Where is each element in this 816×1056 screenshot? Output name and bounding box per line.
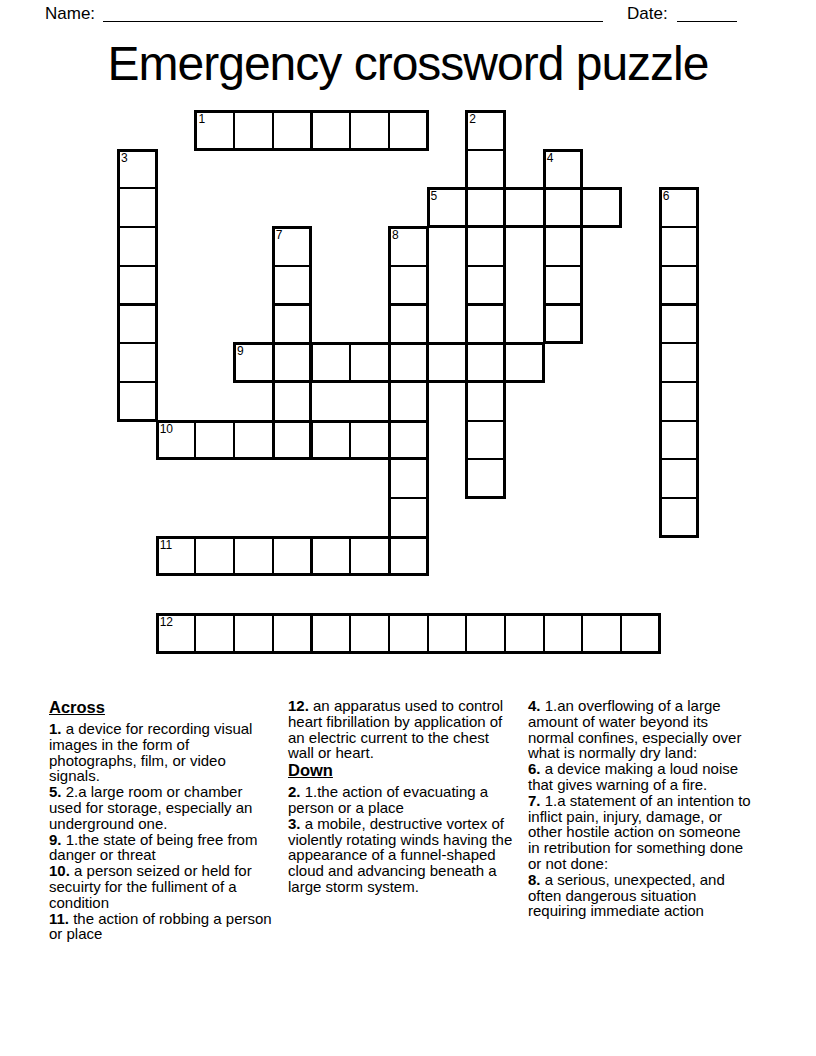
grid-cell[interactable] (349, 536, 390, 577)
grid-cell[interactable] (659, 458, 700, 499)
clue-d7: 7. 1.a statement of an intention to infl… (528, 793, 756, 872)
grid-cell[interactable] (272, 304, 313, 345)
down-header: Down (288, 761, 516, 780)
grid-cell[interactable] (272, 420, 313, 461)
clue-a12: 12. an apparatus used to control heart f… (288, 698, 516, 761)
grid-cell[interactable] (388, 265, 429, 306)
grid-cell[interactable] (427, 613, 468, 654)
grid-cell[interactable] (233, 536, 274, 577)
clue-column-right: 4. 1.an overflowing of a large amount of… (528, 698, 756, 919)
grid-cell[interactable] (194, 613, 235, 654)
clue-d4: 4. 1.an overflowing of a large amount of… (528, 698, 756, 761)
clue-a11: 11. the action of robbing a person or pl… (49, 911, 277, 943)
grid-cell[interactable] (117, 381, 158, 422)
grid-cell[interactable] (388, 613, 429, 654)
across-header: Across (49, 698, 277, 717)
grid-cell[interactable] (465, 613, 506, 654)
grid-cell[interactable] (349, 613, 390, 654)
clue-d6: 6. a device making a loud noise that giv… (528, 761, 756, 793)
date-label: Date: (627, 4, 668, 24)
grid-cell[interactable] (465, 381, 506, 422)
grid-cell[interactable] (504, 613, 545, 654)
grid-cell[interactable] (388, 497, 429, 538)
grid-cell[interactable] (272, 381, 313, 422)
grid-cell[interactable] (117, 265, 158, 306)
grid-cell[interactable] (388, 304, 429, 345)
clue-column-left: Across1. a device for recording visual i… (49, 698, 277, 942)
clue-a1: 1. a device for recording visual images … (49, 721, 277, 784)
grid-cell[interactable] (659, 226, 700, 267)
name-label: Name: (45, 4, 95, 24)
clue-number-3: 3 (121, 152, 128, 164)
grid-cell[interactable] (388, 110, 429, 151)
grid-cell[interactable] (233, 613, 274, 654)
grid-cell[interactable] (311, 342, 352, 383)
clue-d2: 2. 1.the action of evacuating a person o… (288, 784, 516, 816)
grid-cell[interactable] (581, 613, 622, 654)
grid-cell[interactable] (465, 187, 506, 228)
name-blank-line[interactable] (103, 21, 603, 22)
grid-cell[interactable] (581, 187, 622, 228)
grid-cell[interactable] (659, 420, 700, 461)
grid-cell[interactable] (465, 458, 506, 499)
grid-cell[interactable] (117, 342, 158, 383)
clue-a5: 5. 2.a large room or chamber used for st… (49, 784, 277, 831)
grid-cell[interactable] (465, 420, 506, 461)
grid-cell[interactable] (349, 342, 390, 383)
grid-cell[interactable] (465, 226, 506, 267)
grid-cell[interactable] (272, 342, 313, 383)
grid-cell[interactable] (388, 420, 429, 461)
grid-cell[interactable] (465, 342, 506, 383)
grid-cell[interactable] (543, 265, 584, 306)
grid-cell[interactable] (233, 110, 274, 151)
page-title: Emergency crossword puzzle (0, 36, 816, 91)
grid-cell[interactable] (388, 342, 429, 383)
grid-cell[interactable] (117, 304, 158, 345)
grid-cell[interactable] (388, 458, 429, 499)
grid-cell[interactable] (194, 536, 235, 577)
clue-number-6: 6 (663, 190, 670, 202)
grid-cell[interactable] (543, 304, 584, 345)
clue-number-2: 2 (469, 113, 476, 125)
grid-cell[interactable] (388, 536, 429, 577)
clue-column-middle: 12. an apparatus used to control heart f… (288, 698, 516, 895)
grid-cell[interactable] (233, 420, 274, 461)
grid-cell[interactable] (465, 149, 506, 190)
clue-d8: 8. a serious, unexpected, and often dang… (528, 872, 756, 919)
grid-cell[interactable] (659, 265, 700, 306)
grid-cell[interactable] (427, 342, 468, 383)
grid-cell[interactable] (659, 304, 700, 345)
worksheet-page: Name: Date: Emergency crossword puzzle 1… (0, 0, 816, 1056)
grid-cell[interactable] (311, 110, 352, 151)
grid-cell[interactable] (311, 536, 352, 577)
clue-number-9: 9 (237, 345, 244, 357)
grid-cell[interactable] (659, 342, 700, 383)
grid-cell[interactable] (272, 613, 313, 654)
grid-cell[interactable] (117, 226, 158, 267)
grid-cell[interactable] (504, 187, 545, 228)
grid-cell[interactable] (272, 265, 313, 306)
grid-cell[interactable] (543, 187, 584, 228)
grid-cell[interactable] (465, 265, 506, 306)
clue-number-7: 7 (276, 229, 283, 241)
clue-number-11: 11 (160, 539, 172, 551)
grid-cell[interactable] (543, 613, 584, 654)
grid-cell[interactable] (349, 110, 390, 151)
clue-number-1: 1 (198, 113, 205, 125)
crossword-grid: 123456789101112 (117, 110, 701, 656)
grid-cell[interactable] (659, 381, 700, 422)
clue-number-8: 8 (392, 229, 399, 241)
grid-cell[interactable] (543, 226, 584, 267)
clue-a9: 9. 1.the state of being free from danger… (49, 832, 277, 864)
grid-cell[interactable] (388, 381, 429, 422)
grid-cell[interactable] (194, 420, 235, 461)
grid-cell[interactable] (504, 342, 545, 383)
clue-number-10: 10 (160, 423, 173, 435)
clue-number-4: 4 (547, 152, 554, 164)
grid-cell[interactable] (311, 613, 352, 654)
clue-d3: 3. a mobile, destructive vortex of viole… (288, 816, 516, 895)
grid-cell[interactable] (272, 110, 313, 151)
grid-cell[interactable] (117, 187, 158, 228)
clue-number-12: 12 (160, 616, 173, 628)
grid-cell[interactable] (311, 420, 352, 461)
grid-cell[interactable] (465, 304, 506, 345)
grid-cell[interactable] (620, 613, 661, 654)
grid-cell[interactable] (349, 420, 390, 461)
clue-a10: 10. a person seized or held for secuirty… (49, 863, 277, 910)
date-blank-line[interactable] (677, 21, 737, 22)
grid-cell[interactable] (659, 497, 700, 538)
clue-number-5: 5 (431, 190, 438, 202)
grid-cell[interactable] (272, 536, 313, 577)
